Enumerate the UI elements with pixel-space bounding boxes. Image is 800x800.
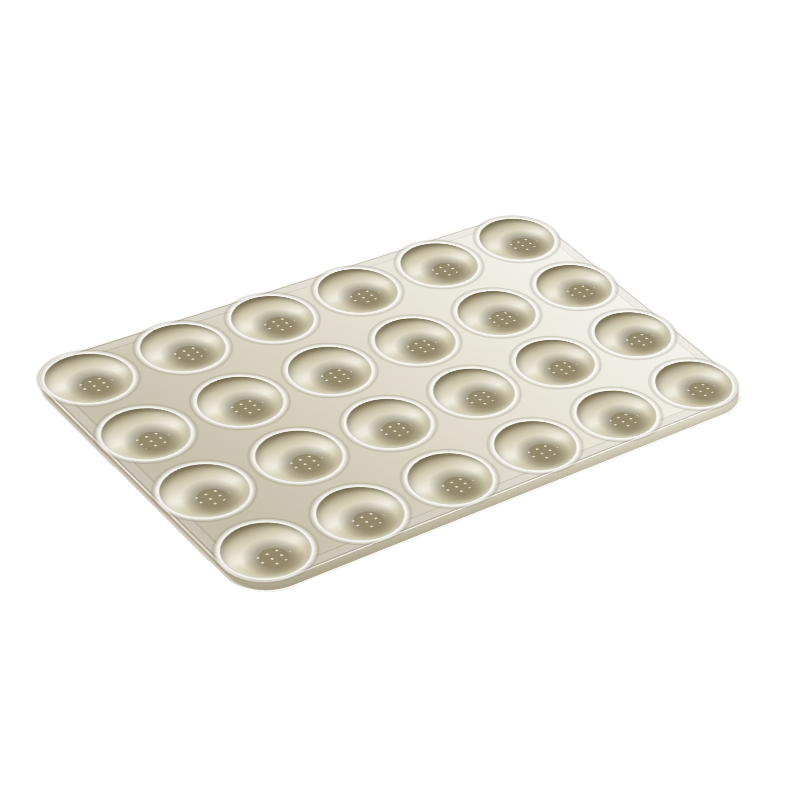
product-photo-canvas: 24-cup mini muffin pan xyxy=(0,0,800,800)
